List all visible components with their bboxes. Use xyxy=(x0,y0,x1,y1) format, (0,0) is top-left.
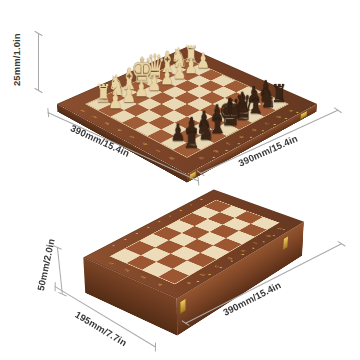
clasp-icon xyxy=(283,235,289,250)
board-square xyxy=(224,92,249,104)
board-square: ♟ xyxy=(237,98,262,110)
product-image: ♜♞♝♚♛♝♞♜♟♟♟♟♟♟♟♟♟♟♟♟♟♟♟♟♜♞♝♚♛♝♞♜ hgfedcb… xyxy=(0,0,360,360)
white-knight-piece: ♞ xyxy=(164,45,194,72)
open-chess-board: ♜♞♝♚♛♝♞♜♟♟♟♟♟♟♟♟♟♟♟♟♟♟♟♟♜♞♝♚♛♝♞♜ hgfedcb… xyxy=(57,47,317,175)
board-square: ♞ xyxy=(163,64,187,75)
white-rook-piece: ♜ xyxy=(176,43,206,66)
clasp-icon xyxy=(300,110,307,120)
board-square xyxy=(236,86,261,98)
dimension-line-open-thickness xyxy=(38,34,39,90)
dimension-label-open-thickness: 25mm/1.0in xyxy=(11,28,22,92)
clasp-icon xyxy=(180,298,186,315)
board-square xyxy=(162,98,187,110)
board-square: ♟ xyxy=(160,136,187,150)
box-square xyxy=(204,200,231,212)
white-king-piece: ♚ xyxy=(127,53,158,88)
black-rook-piece: ♜ xyxy=(264,81,296,106)
board-square xyxy=(161,123,187,136)
